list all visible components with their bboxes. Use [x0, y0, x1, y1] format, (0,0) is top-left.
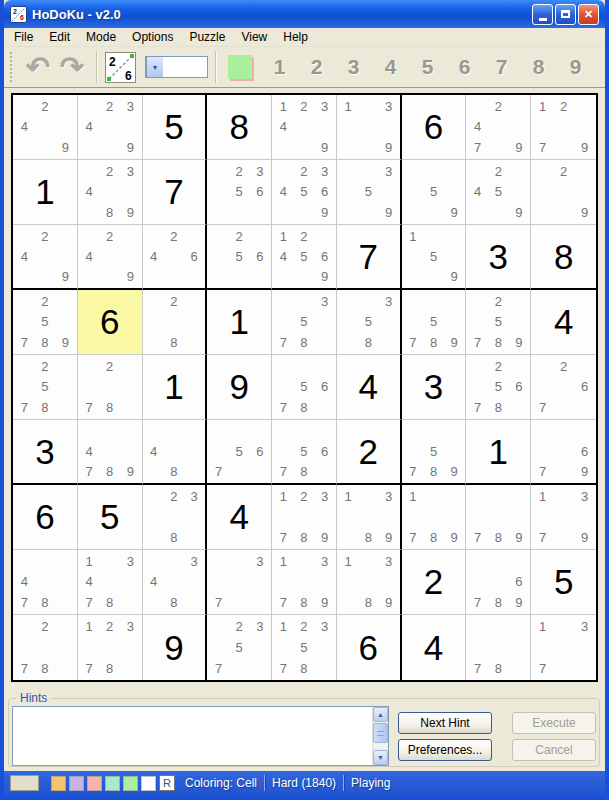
cell-r1c4[interactable]: 8: [207, 95, 272, 160]
cell-r3c2[interactable]: 249: [78, 225, 143, 290]
candidates: 278: [14, 616, 76, 679]
placed-digit: 4: [337, 355, 400, 419]
cell-r5c7[interactable]: 3: [402, 355, 467, 420]
candidates: 48: [144, 421, 205, 482]
candidates: 1379: [532, 486, 595, 548]
candidates: 5789: [403, 421, 465, 482]
cell-r1c2[interactable]: 2349: [78, 95, 143, 160]
candidates: 159: [403, 226, 465, 287]
placed-digit: 4: [531, 290, 596, 354]
cell-r4c5[interactable]: 3578: [272, 290, 337, 355]
placed-digit: 1: [13, 160, 77, 224]
candidates: 1279: [532, 96, 595, 158]
cell-r4c3[interactable]: 28: [143, 290, 208, 355]
candidates: 12349: [273, 96, 335, 158]
scroll-up-icon[interactable]: ▲: [373, 707, 388, 722]
candidates: 358: [338, 291, 399, 353]
cell-r3c1[interactable]: 249: [13, 225, 78, 290]
cell-r8c5[interactable]: 13789: [272, 550, 337, 615]
cell-r6c5[interactable]: 5678: [272, 420, 337, 485]
candidates: 123789: [273, 486, 335, 548]
placed-digit: 9: [207, 355, 271, 419]
placed-digit: 1: [143, 355, 206, 419]
cell-r9c5[interactable]: 123578: [272, 615, 337, 680]
placed-digit: 5: [143, 95, 206, 159]
cell-r1c8[interactable]: 2479: [466, 95, 531, 160]
cell-r7c2[interactable]: 5: [78, 485, 143, 550]
cell-r7c3[interactable]: 238: [143, 485, 208, 550]
candidates: 234569: [273, 161, 335, 223]
cell-r6c6[interactable]: 2: [337, 420, 402, 485]
cell-r5c9[interactable]: 267: [531, 355, 596, 420]
cell-r7c8[interactable]: 789: [466, 485, 531, 550]
placed-digit: 5: [78, 485, 142, 549]
placed-digit: 3: [13, 420, 77, 483]
app-window: 2 6 HoDoKu - v2.0 ✕ FileEditModeOptionsP…: [0, 0, 609, 800]
cell-r6c2[interactable]: 4789: [78, 420, 143, 485]
cell-r3c5[interactable]: 124569: [272, 225, 337, 290]
candidates: 4789: [79, 421, 141, 482]
cell-r3c9[interactable]: 8: [531, 225, 596, 290]
cell-r2c5[interactable]: 234569: [272, 160, 337, 225]
cell-r6c7[interactable]: 5789: [402, 420, 467, 485]
placed-digit: 1: [466, 420, 530, 483]
cell-r7c5[interactable]: 123789: [272, 485, 337, 550]
cell-r1c6[interactable]: 139: [337, 95, 402, 160]
candidates: 249: [79, 226, 141, 287]
candidates: 359: [338, 161, 399, 223]
cell-r5c5[interactable]: 5678: [272, 355, 337, 420]
candidates: 249: [14, 96, 76, 158]
cell-r7c7[interactable]: 1789: [402, 485, 467, 550]
cell-r2c9[interactable]: 29: [531, 160, 596, 225]
cell-r1c3[interactable]: 5: [143, 95, 208, 160]
cell-r6c1[interactable]: 3: [13, 420, 78, 485]
cell-r9c1[interactable]: 278: [13, 615, 78, 680]
candidates: 5789: [403, 291, 465, 353]
cell-r7c6[interactable]: 1389: [337, 485, 402, 550]
candidates: 246: [144, 226, 205, 287]
placed-digit: 4: [207, 485, 271, 549]
candidates: 249: [14, 226, 76, 287]
candidates: 2349: [79, 96, 141, 158]
cell-r4c4[interactable]: 1: [207, 290, 272, 355]
cell-r3c6[interactable]: 7: [337, 225, 402, 290]
cell-r2c1[interactable]: 1: [13, 160, 78, 225]
candidates: 123578: [273, 616, 335, 679]
cell-r8c2[interactable]: 13478: [78, 550, 143, 615]
placed-digit: 3: [402, 355, 466, 419]
candidates: 139: [338, 96, 399, 158]
cell-r5c4[interactable]: 9: [207, 355, 272, 420]
next-hint-button[interactable]: Next Hint: [398, 712, 492, 734]
cell-r2c3[interactable]: 7: [143, 160, 208, 225]
placed-digit: 1: [207, 290, 271, 354]
cell-r8c4[interactable]: 37: [207, 550, 272, 615]
cell-r4c6[interactable]: 358: [337, 290, 402, 355]
placed-digit: 5: [531, 550, 596, 614]
placed-digit: 6: [13, 485, 77, 549]
cell-r5c2[interactable]: 278: [78, 355, 143, 420]
candidates: 2356: [208, 161, 270, 223]
candidates: 25789: [14, 291, 76, 353]
candidates: 25789: [467, 291, 529, 353]
candidates: 1789: [403, 486, 465, 548]
toolbar: ↶ ↷ 2 6 Hard ▼ 123456789: [4, 47, 605, 88]
cell-r1c7[interactable]: 6: [402, 95, 467, 160]
cell-r2c7[interactable]: 59: [402, 160, 467, 225]
placed-digit: 8: [207, 95, 271, 159]
cell-r4c8[interactable]: 25789: [466, 290, 531, 355]
cell-r8c1[interactable]: 478: [13, 550, 78, 615]
candidates: 59: [403, 161, 465, 223]
cell-r5c3[interactable]: 1: [143, 355, 208, 420]
cell-r5c8[interactable]: 25678: [466, 355, 531, 420]
sudoku-grid: 2492349581234913962479127912348972356234…: [11, 93, 598, 682]
cell-r6c9[interactable]: 679: [531, 420, 596, 485]
cell-r7c1[interactable]: 6: [13, 485, 78, 550]
cell-r2c2[interactable]: 23489: [78, 160, 143, 225]
cell-r3c4[interactable]: 256: [207, 225, 272, 290]
candidates: 3578: [273, 291, 335, 353]
cell-r4c7[interactable]: 5789: [402, 290, 467, 355]
cell-r8c9[interactable]: 5: [531, 550, 596, 615]
hints-label: Hints: [16, 691, 51, 705]
cell-r4c9[interactable]: 4: [531, 290, 596, 355]
candidates: 13478: [79, 551, 141, 613]
board-area: 2492349581234913962479127912348972356234…: [4, 88, 605, 691]
cell-r2c4[interactable]: 2356: [207, 160, 272, 225]
hint-output[interactable]: ▲ ▼: [12, 706, 389, 766]
cell-r1c5[interactable]: 12349: [272, 95, 337, 160]
cell-r2c8[interactable]: 2459: [466, 160, 531, 225]
cell-r2c6[interactable]: 359: [337, 160, 402, 225]
cell-r9c9[interactable]: 137: [531, 615, 596, 680]
candidates: 12378: [79, 616, 141, 679]
cell-r1c9[interactable]: 1279: [531, 95, 596, 160]
candidates: 478: [14, 551, 76, 613]
cell-r8c8[interactable]: 6789: [466, 550, 531, 615]
cell-r9c6[interactable]: 6: [337, 615, 402, 680]
cell-r3c7[interactable]: 159: [402, 225, 467, 290]
placed-digit: 2: [402, 550, 466, 614]
preferences-button[interactable]: Preferences...: [398, 739, 492, 761]
cancel-button[interactable]: Cancel: [512, 739, 596, 761]
candidates: 238: [144, 486, 205, 548]
candidates: 2459: [467, 161, 529, 223]
hints-panel: Hints ▲ ▼ Next Hint Execute Preferences.…: [4, 691, 605, 771]
candidates: 137: [532, 616, 595, 679]
cell-r3c3[interactable]: 246: [143, 225, 208, 290]
cell-r8c3[interactable]: 348: [143, 550, 208, 615]
cell-r9c4[interactable]: 2357: [207, 615, 272, 680]
candidates: 78: [467, 616, 529, 679]
cell-r9c7[interactable]: 4: [402, 615, 467, 680]
cell-r8c6[interactable]: 1389: [337, 550, 402, 615]
cell-r3c8[interactable]: 3: [466, 225, 531, 290]
candidates: 256: [208, 226, 270, 287]
placed-digit: 2: [337, 420, 400, 483]
hint-text: [13, 707, 372, 765]
placed-digit: 3: [466, 225, 530, 288]
candidates: 1389: [338, 486, 399, 548]
difficulty-select[interactable]: Hard ▼: [145, 56, 208, 78]
cell-r5c1[interactable]: 2578: [13, 355, 78, 420]
cell-r8c7[interactable]: 2: [402, 550, 467, 615]
candidates: 789: [467, 486, 529, 548]
cell-r6c3[interactable]: 48: [143, 420, 208, 485]
placed-digit: 8: [531, 225, 596, 288]
candidates: 2357: [208, 616, 270, 679]
candidates: 1389: [338, 551, 399, 613]
cell-r9c8[interactable]: 78: [466, 615, 531, 680]
candidates: 28: [144, 291, 205, 353]
placed-digit: 9: [143, 615, 206, 680]
hint-scrollbar[interactable]: ▲ ▼: [372, 707, 388, 765]
candidates: 679: [532, 421, 595, 482]
cell-r6c8[interactable]: 1: [466, 420, 531, 485]
candidates: 348: [144, 551, 205, 613]
candidates: 2578: [14, 356, 76, 418]
candidates: 5678: [273, 356, 335, 418]
cell-r7c4[interactable]: 4: [207, 485, 272, 550]
cell-r5c6[interactable]: 4: [337, 355, 402, 420]
placed-digit: 7: [337, 225, 400, 288]
candidates: 567: [208, 421, 270, 482]
candidates: 29: [532, 161, 595, 223]
candidates: 2479: [467, 96, 529, 158]
scroll-down-icon[interactable]: ▼: [373, 750, 388, 765]
candidates: 37: [208, 551, 270, 613]
execute-button[interactable]: Execute: [512, 712, 596, 734]
cell-r4c1[interactable]: 25789: [13, 290, 78, 355]
candidates: 267: [532, 356, 595, 418]
placed-digit: 6: [402, 95, 466, 159]
cell-r6c4[interactable]: 567: [207, 420, 272, 485]
candidates: 124569: [273, 226, 335, 287]
placed-digit: 6: [337, 615, 400, 680]
placed-digit: 4: [402, 615, 466, 680]
cell-r4c2[interactable]: 6: [78, 290, 143, 355]
candidates: 23489: [79, 161, 141, 223]
cell-r9c3[interactable]: 9: [143, 615, 208, 680]
scrollbar-thumb[interactable]: [373, 723, 388, 743]
candidates: 13789: [273, 551, 335, 613]
cell-r7c9[interactable]: 1379: [531, 485, 596, 550]
cell-r9c2[interactable]: 12378: [78, 615, 143, 680]
placed-digit: 7: [143, 160, 206, 224]
candidates: 6789: [467, 551, 529, 613]
cell-r1c1[interactable]: 249: [13, 95, 78, 160]
placed-digit: 6: [78, 290, 142, 354]
candidates: 25678: [467, 356, 529, 418]
candidates: 5678: [273, 421, 335, 482]
candidates: 278: [79, 356, 141, 418]
